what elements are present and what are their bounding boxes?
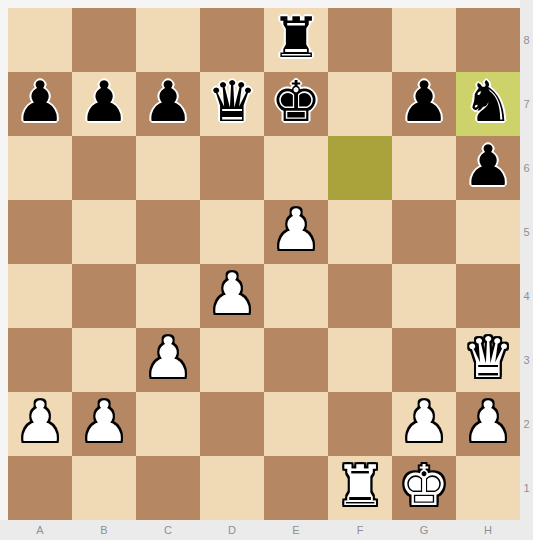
- chess-app: 87654321 ABCDEFGH ♜♟♟♟♛♚♟♞♟♟♟♟♛♟♟♟♟♜♚: [0, 0, 533, 540]
- square-b3[interactable]: [72, 328, 136, 392]
- square-h8[interactable]: [456, 8, 520, 72]
- file-label-e: E: [264, 520, 328, 540]
- square-e7[interactable]: ♚: [264, 72, 328, 136]
- square-d5[interactable]: [200, 200, 264, 264]
- file-label-a: A: [8, 520, 72, 540]
- square-d6[interactable]: [200, 136, 264, 200]
- file-label-b: B: [72, 520, 136, 540]
- rank-label-4: 4: [520, 264, 533, 328]
- black-knight-h7[interactable]: ♞: [463, 74, 513, 130]
- square-h5[interactable]: [456, 200, 520, 264]
- square-a6[interactable]: [8, 136, 72, 200]
- rank-coordinates: 87654321: [520, 8, 533, 520]
- rank-label-5: 5: [520, 200, 533, 264]
- square-e1[interactable]: [264, 456, 328, 520]
- file-label-c: C: [136, 520, 200, 540]
- white-pawn-c3[interactable]: ♟: [143, 330, 193, 386]
- square-a4[interactable]: [8, 264, 72, 328]
- square-g5[interactable]: [392, 200, 456, 264]
- square-b5[interactable]: [72, 200, 136, 264]
- square-c1[interactable]: [136, 456, 200, 520]
- square-f7[interactable]: [328, 72, 392, 136]
- square-e5[interactable]: ♟: [264, 200, 328, 264]
- white-pawn-g2[interactable]: ♟: [399, 394, 449, 450]
- square-a8[interactable]: [8, 8, 72, 72]
- file-label-g: G: [392, 520, 456, 540]
- rank-label-1: 1: [520, 456, 533, 520]
- square-b8[interactable]: [72, 8, 136, 72]
- square-d4[interactable]: ♟: [200, 264, 264, 328]
- white-pawn-b2[interactable]: ♟: [79, 394, 129, 450]
- square-c8[interactable]: [136, 8, 200, 72]
- square-a3[interactable]: [8, 328, 72, 392]
- square-f3[interactable]: [328, 328, 392, 392]
- square-a2[interactable]: ♟: [8, 392, 72, 456]
- black-pawn-g7[interactable]: ♟: [399, 74, 449, 130]
- square-c2[interactable]: [136, 392, 200, 456]
- square-b7[interactable]: ♟: [72, 72, 136, 136]
- square-c6[interactable]: [136, 136, 200, 200]
- white-pawn-a2[interactable]: ♟: [15, 394, 65, 450]
- file-label-h: H: [456, 520, 520, 540]
- square-c3[interactable]: ♟: [136, 328, 200, 392]
- square-f6[interactable]: [328, 136, 392, 200]
- rank-label-2: 2: [520, 392, 533, 456]
- square-b2[interactable]: ♟: [72, 392, 136, 456]
- square-h2[interactable]: ♟: [456, 392, 520, 456]
- square-c4[interactable]: [136, 264, 200, 328]
- square-f4[interactable]: [328, 264, 392, 328]
- square-g1[interactable]: ♚: [392, 456, 456, 520]
- square-c5[interactable]: [136, 200, 200, 264]
- square-e8[interactable]: ♜: [264, 8, 328, 72]
- black-king-e7[interactable]: ♚: [271, 74, 321, 130]
- rank-label-6: 6: [520, 136, 533, 200]
- square-h1[interactable]: [456, 456, 520, 520]
- black-rook-e8[interactable]: ♜: [271, 10, 321, 66]
- square-b6[interactable]: [72, 136, 136, 200]
- square-e3[interactable]: [264, 328, 328, 392]
- white-pawn-d4[interactable]: ♟: [207, 266, 257, 322]
- square-d3[interactable]: [200, 328, 264, 392]
- black-pawn-a7[interactable]: ♟: [15, 74, 65, 130]
- square-d1[interactable]: [200, 456, 264, 520]
- square-b1[interactable]: [72, 456, 136, 520]
- white-rook-f1[interactable]: ♜: [335, 458, 385, 514]
- square-f5[interactable]: [328, 200, 392, 264]
- square-h7[interactable]: ♞: [456, 72, 520, 136]
- white-queen-h3[interactable]: ♛: [463, 330, 513, 386]
- square-g6[interactable]: [392, 136, 456, 200]
- square-a1[interactable]: [8, 456, 72, 520]
- square-e4[interactable]: [264, 264, 328, 328]
- square-f2[interactable]: [328, 392, 392, 456]
- square-d7[interactable]: ♛: [200, 72, 264, 136]
- square-g7[interactable]: ♟: [392, 72, 456, 136]
- file-label-d: D: [200, 520, 264, 540]
- square-g2[interactable]: ♟: [392, 392, 456, 456]
- file-label-f: F: [328, 520, 392, 540]
- black-queen-d7[interactable]: ♛: [207, 74, 257, 130]
- square-a7[interactable]: ♟: [8, 72, 72, 136]
- square-h3[interactable]: ♛: [456, 328, 520, 392]
- white-king-g1[interactable]: ♚: [399, 458, 449, 514]
- square-b4[interactable]: [72, 264, 136, 328]
- square-h4[interactable]: [456, 264, 520, 328]
- square-d2[interactable]: [200, 392, 264, 456]
- rank-label-7: 7: [520, 72, 533, 136]
- white-pawn-h2[interactable]: ♟: [463, 394, 513, 450]
- black-pawn-b7[interactable]: ♟: [79, 74, 129, 130]
- white-pawn-e5[interactable]: ♟: [271, 202, 321, 258]
- square-d8[interactable]: [200, 8, 264, 72]
- square-g4[interactable]: [392, 264, 456, 328]
- rank-label-3: 3: [520, 328, 533, 392]
- square-e2[interactable]: [264, 392, 328, 456]
- square-g8[interactable]: [392, 8, 456, 72]
- square-f1[interactable]: ♜: [328, 456, 392, 520]
- square-h6[interactable]: ♟: [456, 136, 520, 200]
- square-g3[interactable]: [392, 328, 456, 392]
- square-a5[interactable]: [8, 200, 72, 264]
- black-pawn-h6[interactable]: ♟: [463, 138, 513, 194]
- square-f8[interactable]: [328, 8, 392, 72]
- square-c7[interactable]: ♟: [136, 72, 200, 136]
- rank-coordinate-strip: 87654321: [520, 0, 533, 540]
- file-coordinates: ABCDEFGH: [8, 520, 520, 540]
- chess-board: ♜♟♟♟♛♚♟♞♟♟♟♟♛♟♟♟♟♜♚: [8, 8, 520, 520]
- square-e6[interactable]: [264, 136, 328, 200]
- file-coordinate-strip: ABCDEFGH: [0, 520, 533, 540]
- black-pawn-c7[interactable]: ♟: [143, 74, 193, 130]
- rank-label-8: 8: [520, 8, 533, 72]
